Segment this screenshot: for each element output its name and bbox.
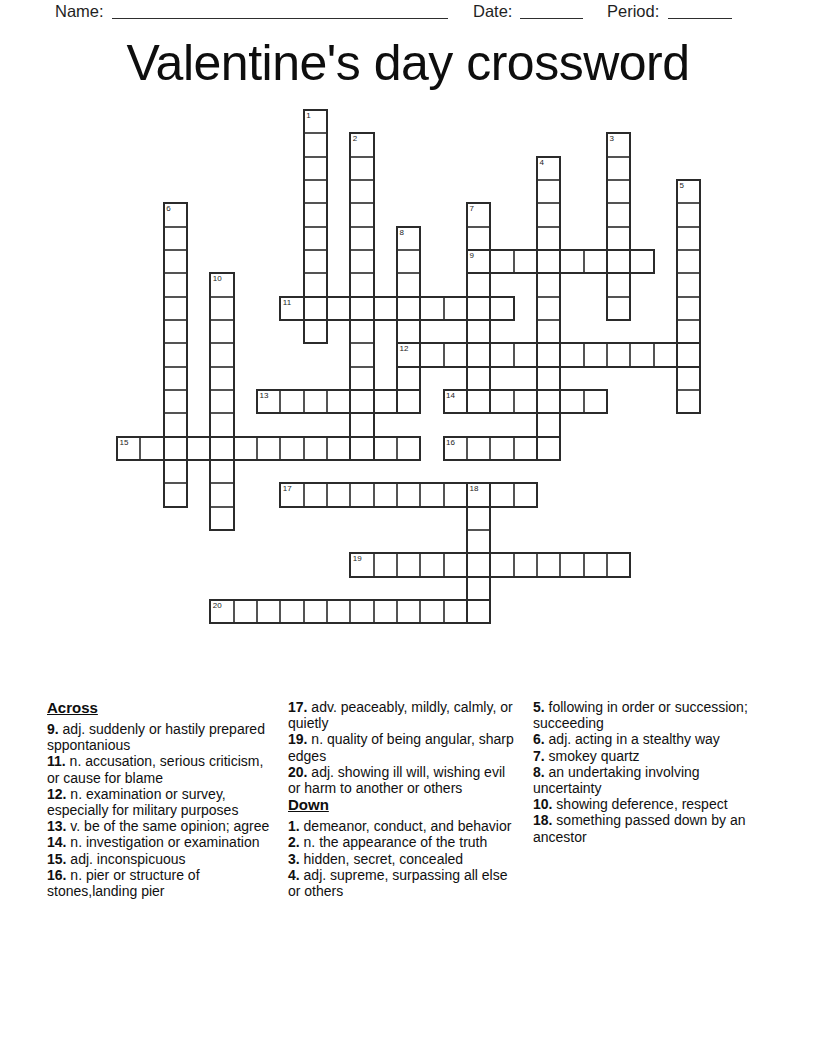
clue-across-13: 13. v. be of the same opinion; agree bbox=[47, 818, 279, 834]
grid-cell-c14-r16[interactable] bbox=[444, 483, 467, 506]
clue-number: 4. bbox=[288, 867, 300, 883]
grid-cell-c4-r16[interactable] bbox=[210, 483, 233, 506]
grid-cell-c2-r13[interactable] bbox=[164, 413, 187, 436]
grid-cell-c7-r16[interactable] bbox=[280, 483, 303, 506]
grid-cell-c12-r11[interactable] bbox=[397, 367, 420, 390]
grid-cell-c2-r11[interactable] bbox=[164, 367, 187, 390]
grid-cell-c19-r12[interactable] bbox=[560, 390, 583, 413]
clue-number: 14. bbox=[47, 834, 66, 850]
clue-across-14: 14. n. investigation or examination bbox=[47, 834, 279, 850]
grid-cell-c24-r6[interactable] bbox=[677, 250, 700, 273]
grid-cell-c15-r12[interactable] bbox=[467, 390, 490, 413]
grid-cell-c11-r8[interactable] bbox=[374, 297, 397, 320]
grid-cell-c22-r6[interactable] bbox=[630, 250, 653, 273]
grid-cell-c11-r12[interactable] bbox=[374, 390, 397, 413]
grid-cell-c12-r7[interactable] bbox=[397, 273, 420, 296]
grid-cell-c21-r5[interactable] bbox=[607, 227, 630, 250]
grid-cell-c18-r19[interactable] bbox=[537, 553, 560, 576]
grid-cell-c4-r10[interactable] bbox=[210, 343, 233, 366]
grid-cell-c12-r10[interactable] bbox=[397, 343, 420, 366]
grid-cell-c2-r15[interactable] bbox=[164, 460, 187, 483]
clue-across-12: 12. n. examination or survey, especially… bbox=[47, 786, 279, 818]
grid-cell-c12-r19[interactable] bbox=[397, 553, 420, 576]
grid-cell-c2-r12[interactable] bbox=[164, 390, 187, 413]
across-clues-group-2: 17. adv. peaceably, mildly, calmly, or q… bbox=[288, 699, 516, 796]
grid-cell-c11-r19[interactable] bbox=[374, 553, 397, 576]
grid-cell-c24-r4[interactable] bbox=[677, 203, 700, 226]
grid-cell-c18-r12[interactable] bbox=[537, 390, 560, 413]
grid-cell-c21-r7[interactable] bbox=[607, 273, 630, 296]
grid-cell-c15-r7[interactable] bbox=[467, 273, 490, 296]
grid-cell-c16-r16[interactable] bbox=[490, 483, 513, 506]
clue-number: 3. bbox=[288, 851, 300, 867]
grid-cell-c24-r7[interactable] bbox=[677, 273, 700, 296]
worksheet-page: Name: Date: Period: Valentine's day cros… bbox=[0, 0, 816, 1056]
grid-cell-c15-r16[interactable] bbox=[467, 483, 490, 506]
date-blank-line[interactable] bbox=[520, 18, 583, 19]
grid-cell-c7-r21[interactable] bbox=[280, 600, 303, 623]
grid-cell-c9-r12[interactable] bbox=[327, 390, 350, 413]
grid-cell-c12-r6[interactable] bbox=[397, 250, 420, 273]
grid-cell-c4-r12[interactable] bbox=[210, 390, 233, 413]
clue-down-4: 4. adj. supreme, surpassing all else or … bbox=[288, 867, 516, 899]
grid-cell-c20-r6[interactable] bbox=[584, 250, 607, 273]
grid-cell-c17-r6[interactable] bbox=[514, 250, 537, 273]
clue-down-1: 1. demeanor, conduct, and behavior bbox=[288, 818, 516, 834]
grid-cell-c2-r10[interactable] bbox=[164, 343, 187, 366]
grid-cell-c4-r21[interactable] bbox=[210, 600, 233, 623]
grid-cell-c16-r12[interactable] bbox=[490, 390, 513, 413]
grid-cell-c8-r2[interactable] bbox=[304, 157, 327, 180]
grid-cell-c10-r3[interactable] bbox=[350, 180, 373, 203]
grid-cell-c15-r8[interactable] bbox=[467, 297, 490, 320]
period-label: Period: bbox=[607, 2, 659, 21]
grid-cell-c2-r5[interactable] bbox=[164, 227, 187, 250]
clue-number: 11. bbox=[47, 753, 66, 769]
clue-column-3: 5. following in order or succession; suc… bbox=[533, 699, 765, 845]
grid-cell-c10-r14[interactable] bbox=[350, 437, 373, 460]
grid-cell-c8-r6[interactable] bbox=[304, 250, 327, 273]
grid-cell-c12-r8[interactable] bbox=[397, 297, 420, 320]
grid-cell-c23-r10[interactable] bbox=[654, 343, 677, 366]
grid-cell-c8-r7[interactable] bbox=[304, 273, 327, 296]
clue-number: 2. bbox=[288, 834, 300, 850]
grid-cell-c7-r12[interactable] bbox=[280, 390, 303, 413]
grid-cell-c14-r8[interactable] bbox=[444, 297, 467, 320]
clue-number: 8. bbox=[533, 764, 545, 780]
grid-cell-c21-r8[interactable] bbox=[607, 297, 630, 320]
grid-cell-c14-r14[interactable] bbox=[444, 437, 467, 460]
grid-cell-c4-r17[interactable] bbox=[210, 507, 233, 530]
clue-down-6: 6. adj. acting in a stealthy way bbox=[533, 731, 765, 747]
name-label: Name: bbox=[55, 2, 104, 21]
grid-cell-c17-r12[interactable] bbox=[514, 390, 537, 413]
grid-cell-c18-r5[interactable] bbox=[537, 227, 560, 250]
down-heading: Down bbox=[288, 796, 516, 813]
grid-cell-c16-r6[interactable] bbox=[490, 250, 513, 273]
grid-cell-c21-r3[interactable] bbox=[607, 180, 630, 203]
grid-cell-c1-r14[interactable] bbox=[140, 437, 163, 460]
grid-cell-c16-r14[interactable] bbox=[490, 437, 513, 460]
grid-cell-c18-r8[interactable] bbox=[537, 297, 560, 320]
grid-cell-c4-r9[interactable] bbox=[210, 320, 233, 343]
grid-cell-c10-r2[interactable] bbox=[350, 157, 373, 180]
clue-number: 6. bbox=[533, 731, 545, 747]
clue-number: 18. bbox=[533, 812, 552, 828]
grid-cell-c9-r14[interactable] bbox=[327, 437, 350, 460]
across-clues-group-1: 9. adj. suddenly or hastily prepared spp… bbox=[47, 721, 279, 899]
clue-number: 17. bbox=[288, 699, 307, 715]
grid-cell-c18-r6[interactable] bbox=[537, 250, 560, 273]
grid-cell-c8-r4[interactable] bbox=[304, 203, 327, 226]
clue-number: 7. bbox=[533, 748, 545, 764]
grid-cell-c10-r10[interactable] bbox=[350, 343, 373, 366]
grid-cell-c14-r19[interactable] bbox=[444, 553, 467, 576]
grid-cell-c13-r21[interactable] bbox=[420, 600, 443, 623]
grid-cell-c24-r3[interactable] bbox=[677, 180, 700, 203]
clue-down-3: 3. hidden, secret, concealed bbox=[288, 851, 516, 867]
grid-cell-c2-r9[interactable] bbox=[164, 320, 187, 343]
grid-cell-c12-r12[interactable] bbox=[397, 390, 420, 413]
grid-cell-c8-r14[interactable] bbox=[304, 437, 327, 460]
grid-cell-c21-r19[interactable] bbox=[607, 553, 630, 576]
grid-cell-c17-r19[interactable] bbox=[514, 553, 537, 576]
clue-number: 10. bbox=[533, 796, 552, 812]
grid-cell-c12-r21[interactable] bbox=[397, 600, 420, 623]
clue-number: 13. bbox=[47, 818, 66, 834]
grid-cell-c10-r4[interactable] bbox=[350, 203, 373, 226]
grid-cell-c8-r0[interactable] bbox=[304, 110, 327, 133]
grid-cell-c13-r16[interactable] bbox=[420, 483, 443, 506]
grid-cell-c11-r14[interactable] bbox=[374, 437, 397, 460]
grid-cell-c20-r19[interactable] bbox=[584, 553, 607, 576]
grid-cell-c7-r14[interactable] bbox=[280, 437, 303, 460]
grid-cell-c4-r7[interactable] bbox=[210, 273, 233, 296]
grid-cell-c15-r18[interactable] bbox=[467, 530, 490, 553]
grid-cell-c8-r3[interactable] bbox=[304, 180, 327, 203]
grid-cell-c10-r5[interactable] bbox=[350, 227, 373, 250]
grid-cell-c12-r16[interactable] bbox=[397, 483, 420, 506]
clue-number: 9. bbox=[47, 721, 59, 737]
grid-cell-c0-r14[interactable] bbox=[117, 437, 140, 460]
grid-cell-c12-r9[interactable] bbox=[397, 320, 420, 343]
grid-cell-c18-r3[interactable] bbox=[537, 180, 560, 203]
grid-cell-c8-r12[interactable] bbox=[304, 390, 327, 413]
grid-cell-c18-r2[interactable] bbox=[537, 157, 560, 180]
grid-cell-c11-r16[interactable] bbox=[374, 483, 397, 506]
clue-across-16: 16. n. pier or structure of stones,landi… bbox=[47, 867, 279, 899]
grid-cell-c17-r14[interactable] bbox=[514, 437, 537, 460]
grid-cell-c6-r12[interactable] bbox=[257, 390, 280, 413]
grid-cell-c4-r15[interactable] bbox=[210, 460, 233, 483]
grid-cell-c14-r21[interactable] bbox=[444, 600, 467, 623]
grid-cell-c15-r5[interactable] bbox=[467, 227, 490, 250]
date-label: Date: bbox=[473, 2, 512, 21]
grid-cell-c10-r19[interactable] bbox=[350, 553, 373, 576]
grid-cell-c4-r14[interactable] bbox=[210, 437, 233, 460]
clue-across-15: 15. adj. inconspicuous bbox=[47, 851, 279, 867]
grid-cell-c8-r21[interactable] bbox=[304, 600, 327, 623]
grid-cell-c24-r8[interactable] bbox=[677, 297, 700, 320]
across-heading: Across bbox=[47, 699, 279, 716]
grid-cell-c24-r12[interactable] bbox=[677, 390, 700, 413]
grid-cell-c10-r6[interactable] bbox=[350, 250, 373, 273]
grid-cell-c9-r21[interactable] bbox=[327, 600, 350, 623]
grid-cell-c15-r10[interactable] bbox=[467, 343, 490, 366]
clue-down-7: 7. smokey quartz bbox=[533, 748, 765, 764]
clue-across-19: 19. n. quality of being angular, sharp e… bbox=[288, 731, 516, 763]
clue-number: 15. bbox=[47, 851, 66, 867]
grid-cell-c15-r19[interactable] bbox=[467, 553, 490, 576]
grid-cell-c8-r1[interactable] bbox=[304, 133, 327, 156]
grid-cell-c2-r14[interactable] bbox=[164, 437, 187, 460]
grid-cell-c10-r7[interactable] bbox=[350, 273, 373, 296]
grid-cell-c4-r13[interactable] bbox=[210, 413, 233, 436]
down-clues-group-1: 1. demeanor, conduct, and behavior2. n. … bbox=[288, 818, 516, 899]
grid-cell-c10-r21[interactable] bbox=[350, 600, 373, 623]
crossword-grid: 1234567891011121314151617181920 bbox=[117, 110, 703, 626]
grid-cell-c24-r10[interactable] bbox=[677, 343, 700, 366]
grid-cell-c6-r21[interactable] bbox=[257, 600, 280, 623]
grid-cell-c8-r9[interactable] bbox=[304, 320, 327, 343]
grid-cell-c18-r4[interactable] bbox=[537, 203, 560, 226]
grid-cell-c21-r6[interactable] bbox=[607, 250, 630, 273]
grid-cell-c18-r9[interactable] bbox=[537, 320, 560, 343]
grid-cell-c2-r8[interactable] bbox=[164, 297, 187, 320]
clue-number: 19. bbox=[288, 731, 307, 747]
name-blank-line[interactable] bbox=[112, 18, 448, 19]
grid-cell-c16-r8[interactable] bbox=[490, 297, 513, 320]
grid-cell-c24-r11[interactable] bbox=[677, 367, 700, 390]
grid-cell-c15-r21[interactable] bbox=[467, 600, 490, 623]
clue-down-18: 18. something passed down by an ancestor bbox=[533, 812, 765, 844]
grid-cell-c15-r9[interactable] bbox=[467, 320, 490, 343]
clue-column-2: 17. adv. peaceably, mildly, calmly, or q… bbox=[288, 699, 516, 899]
grid-cell-c15-r6[interactable] bbox=[467, 250, 490, 273]
grid-cell-c18-r7[interactable] bbox=[537, 273, 560, 296]
grid-cell-c19-r10[interactable] bbox=[560, 343, 583, 366]
grid-cell-c5-r21[interactable] bbox=[234, 600, 257, 623]
clue-number: 20. bbox=[288, 764, 307, 780]
grid-cell-c18-r14[interactable] bbox=[537, 437, 560, 460]
grid-cell-c17-r10[interactable] bbox=[514, 343, 537, 366]
grid-cell-c12-r5[interactable] bbox=[397, 227, 420, 250]
grid-cell-c10-r12[interactable] bbox=[350, 390, 373, 413]
grid-cell-c3-r14[interactable] bbox=[187, 437, 210, 460]
clue-across-11: 11. n. accusation, serious criticism, or… bbox=[47, 753, 279, 785]
grid-cell-c13-r19[interactable] bbox=[420, 553, 443, 576]
grid-cell-c17-r16[interactable] bbox=[514, 483, 537, 506]
grid-cell-c8-r5[interactable] bbox=[304, 227, 327, 250]
grid-cell-c5-r14[interactable] bbox=[234, 437, 257, 460]
grid-cell-c7-r8[interactable] bbox=[280, 297, 303, 320]
grid-cell-c20-r10[interactable] bbox=[584, 343, 607, 366]
grid-cell-c18-r11[interactable] bbox=[537, 367, 560, 390]
grid-cell-c8-r16[interactable] bbox=[304, 483, 327, 506]
grid-cell-c13-r10[interactable] bbox=[420, 343, 443, 366]
grid-cell-c9-r16[interactable] bbox=[327, 483, 350, 506]
grid-cell-c20-r12[interactable] bbox=[584, 390, 607, 413]
grid-cell-c24-r9[interactable] bbox=[677, 320, 700, 343]
grid-cell-c15-r4[interactable] bbox=[467, 203, 490, 226]
page-title: Valentine's day crossword bbox=[0, 34, 816, 92]
clue-down-2: 2. n. the appearance of the truth bbox=[288, 834, 516, 850]
grid-cell-c18-r13[interactable] bbox=[537, 413, 560, 436]
grid-cell-c13-r8[interactable] bbox=[420, 297, 443, 320]
grid-cell-c10-r1[interactable] bbox=[350, 133, 373, 156]
grid-cell-c14-r12[interactable] bbox=[444, 390, 467, 413]
grid-cell-c15-r17[interactable] bbox=[467, 507, 490, 530]
grid-cell-c18-r10[interactable] bbox=[537, 343, 560, 366]
clue-down-8: 8. an undertaking involving uncertainty bbox=[533, 764, 765, 796]
grid-cell-c4-r8[interactable] bbox=[210, 297, 233, 320]
grid-cell-c6-r14[interactable] bbox=[257, 437, 280, 460]
grid-cell-c8-r8[interactable] bbox=[304, 297, 327, 320]
grid-cell-c24-r5[interactable] bbox=[677, 227, 700, 250]
grid-cell-c14-r10[interactable] bbox=[444, 343, 467, 366]
clue-across-20: 20. adj. showing ill will, wishing evil … bbox=[288, 764, 516, 796]
grid-cell-c19-r6[interactable] bbox=[560, 250, 583, 273]
grid-cell-c16-r10[interactable] bbox=[490, 343, 513, 366]
grid-cell-c21-r1[interactable] bbox=[607, 133, 630, 156]
grid-cell-c12-r14[interactable] bbox=[397, 437, 420, 460]
grid-cell-c2-r7[interactable] bbox=[164, 273, 187, 296]
grid-cell-c2-r6[interactable] bbox=[164, 250, 187, 273]
grid-cell-c21-r10[interactable] bbox=[607, 343, 630, 366]
grid-cell-c11-r21[interactable] bbox=[374, 600, 397, 623]
grid-cell-c10-r13[interactable] bbox=[350, 413, 373, 436]
grid-cell-c16-r19[interactable] bbox=[490, 553, 513, 576]
down-clues-group-2: 5. following in order or succession; suc… bbox=[533, 699, 765, 845]
grid-cell-c15-r20[interactable] bbox=[467, 577, 490, 600]
grid-cell-c2-r4[interactable] bbox=[164, 203, 187, 226]
clue-number: 16. bbox=[47, 867, 66, 883]
grid-cell-c2-r16[interactable] bbox=[164, 483, 187, 506]
clue-number: 5. bbox=[533, 699, 545, 715]
grid-cell-c4-r11[interactable] bbox=[210, 367, 233, 390]
grid-cell-c9-r8[interactable] bbox=[327, 297, 350, 320]
clue-number: 1. bbox=[288, 818, 300, 834]
clue-across-17: 17. adv. peaceably, mildly, calmly, or q… bbox=[288, 699, 516, 731]
grid-cell-c21-r4[interactable] bbox=[607, 203, 630, 226]
clue-across-9: 9. adj. suddenly or hastily prepared spp… bbox=[47, 721, 279, 753]
grid-cell-c10-r16[interactable] bbox=[350, 483, 373, 506]
grid-cell-c19-r19[interactable] bbox=[560, 553, 583, 576]
grid-cell-c10-r11[interactable] bbox=[350, 367, 373, 390]
clue-down-10: 10. showing deference, respect bbox=[533, 796, 765, 812]
grid-cell-c21-r2[interactable] bbox=[607, 157, 630, 180]
grid-cell-c15-r11[interactable] bbox=[467, 367, 490, 390]
period-blank-line[interactable] bbox=[668, 18, 732, 19]
grid-cell-c10-r8[interactable] bbox=[350, 297, 373, 320]
clue-column-1: Across 9. adj. suddenly or hastily prepa… bbox=[47, 699, 279, 899]
clue-down-5: 5. following in order or succession; suc… bbox=[533, 699, 765, 731]
grid-cell-c10-r9[interactable] bbox=[350, 320, 373, 343]
grid-cell-c15-r14[interactable] bbox=[467, 437, 490, 460]
clue-number: 12. bbox=[47, 786, 66, 802]
grid-cell-c22-r10[interactable] bbox=[630, 343, 653, 366]
grid-cell-layer bbox=[117, 110, 700, 623]
